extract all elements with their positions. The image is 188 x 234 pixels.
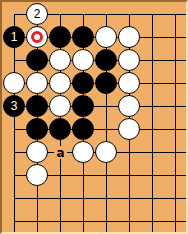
stone-white	[26, 72, 48, 94]
stone-black	[26, 49, 48, 71]
stone-black	[72, 118, 94, 140]
stone-black: 1	[3, 26, 25, 48]
stone-white	[3, 72, 25, 94]
stone-white	[118, 26, 140, 48]
grid-line-h	[14, 221, 186, 222]
stone-black	[26, 95, 48, 117]
stone-black	[26, 118, 48, 140]
stone-black	[49, 118, 71, 140]
move-number: 3	[11, 100, 18, 112]
stone-white	[26, 26, 48, 48]
stone-black	[95, 49, 117, 71]
grid-line-v	[175, 14, 176, 232]
stone-black	[49, 26, 71, 48]
circle-marker	[31, 31, 43, 43]
stone-white	[26, 164, 48, 186]
stone-black: 3	[3, 95, 25, 117]
stone-white	[49, 72, 71, 94]
stone-black	[72, 72, 94, 94]
go-board: 213a	[0, 0, 188, 234]
stone-white	[95, 141, 117, 163]
grid-line-v	[152, 14, 153, 232]
stone-white	[72, 49, 94, 71]
stone-white	[95, 26, 117, 48]
stone-white	[118, 72, 140, 94]
stone-white	[26, 141, 48, 163]
point-label-a: a	[54, 146, 67, 159]
stone-white: 2	[26, 3, 48, 25]
move-number: 2	[34, 8, 41, 20]
stone-white	[49, 95, 71, 117]
grid-line-h	[14, 198, 186, 199]
stone-white	[49, 49, 71, 71]
stone-white	[72, 141, 94, 163]
stone-black	[72, 95, 94, 117]
stone-black	[72, 26, 94, 48]
stone-white	[118, 95, 140, 117]
stone-white	[118, 49, 140, 71]
stone-black	[95, 72, 117, 94]
stone-white	[118, 118, 140, 140]
move-number: 1	[11, 31, 18, 43]
